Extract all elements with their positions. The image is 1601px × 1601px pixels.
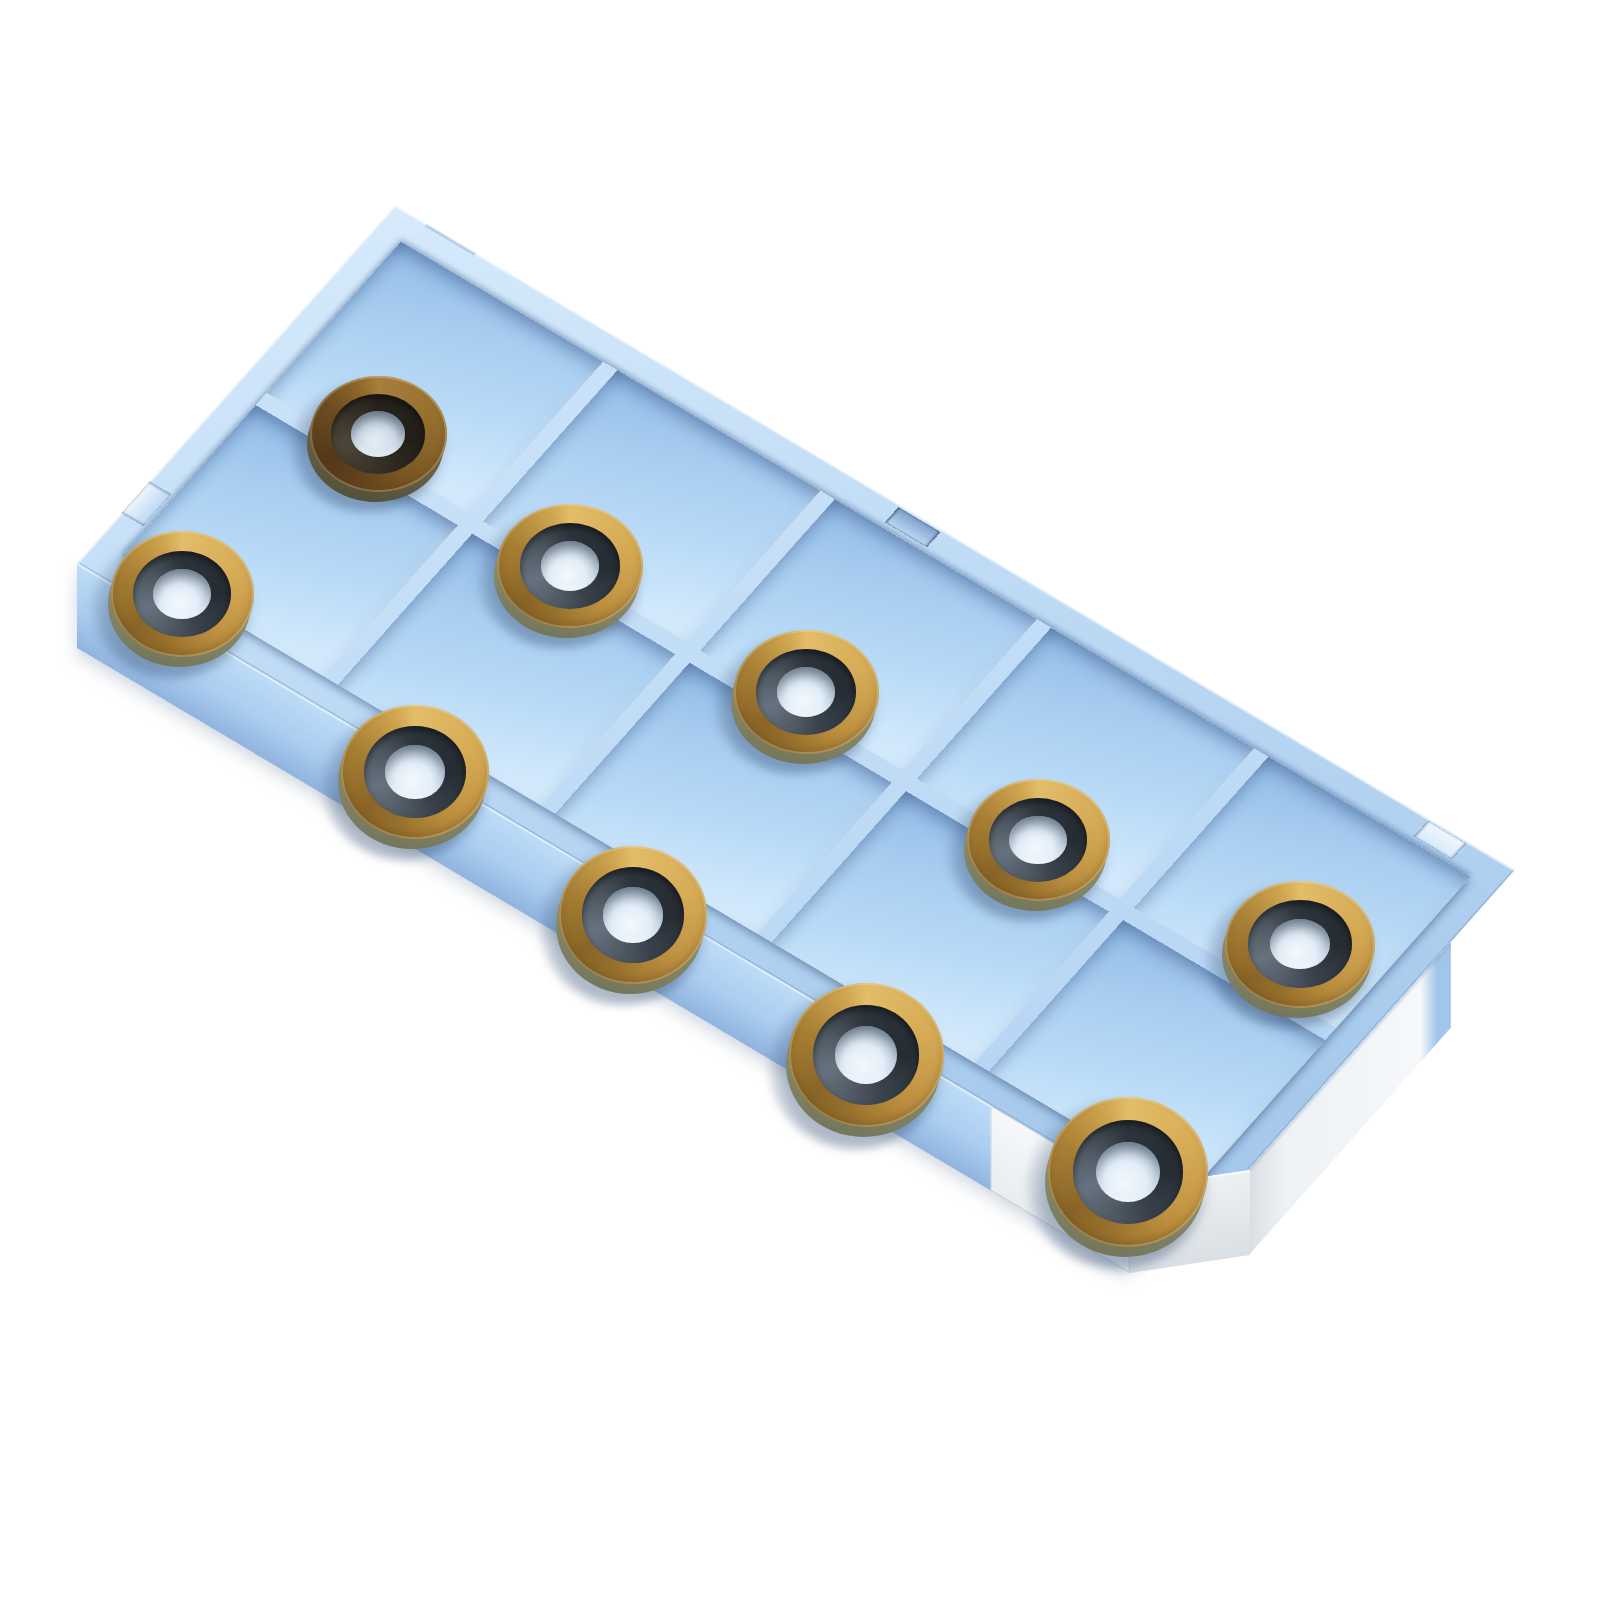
milling-insert-r1c5	[1048, 1097, 1208, 1247]
insert-center-hole	[1270, 919, 1330, 970]
milling-insert-r1c1	[111, 531, 254, 657]
insert-center-hole	[603, 887, 662, 942]
insert-center-hole	[777, 667, 835, 717]
insert-center-hole	[1096, 1142, 1160, 1202]
product-photo	[0, 0, 1601, 1601]
insert-center-hole	[835, 1026, 897, 1084]
milling-insert-r0c4	[967, 779, 1110, 901]
insert-center-hole	[541, 541, 599, 591]
milling-insert-r1c2	[341, 705, 489, 839]
milling-insert-r1c3	[559, 846, 707, 984]
milling-insert-r1c4	[789, 983, 944, 1127]
insert-center-hole	[153, 569, 210, 619]
insert-center-hole	[385, 745, 444, 799]
insert-center-hole	[351, 411, 406, 457]
inserts-layer	[0, 0, 1601, 1601]
milling-insert-r0c2	[497, 504, 643, 628]
milling-insert-r0c3	[734, 630, 879, 754]
insert-center-hole	[1009, 816, 1066, 865]
milling-insert-r0c5	[1225, 881, 1375, 1008]
milling-insert-r0c1	[310, 376, 447, 492]
